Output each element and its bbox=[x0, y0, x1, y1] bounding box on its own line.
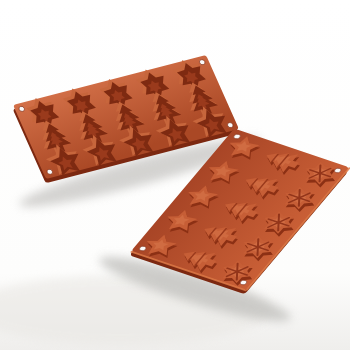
silicone-mold-photo bbox=[0, 0, 350, 350]
product-photo-stage bbox=[0, 0, 350, 350]
